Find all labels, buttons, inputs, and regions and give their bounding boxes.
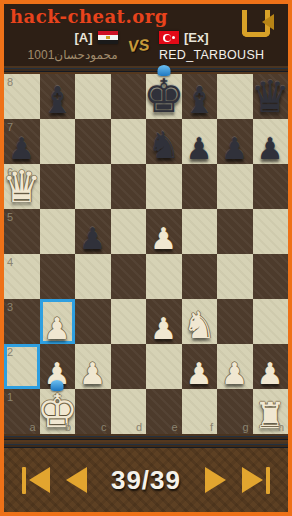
black-bishop: ♝ <box>183 82 216 119</box>
square-b8[interactable]: ♝ <box>40 74 76 119</box>
vs-label: VS <box>125 36 152 57</box>
square-a6[interactable]: 6♛ <box>4 164 40 209</box>
square-d4[interactable] <box>111 254 147 299</box>
black-queen: ♛ <box>251 75 290 119</box>
square-c3[interactable] <box>75 299 111 344</box>
rank-label-7: 7 <box>7 121 13 133</box>
square-e4[interactable] <box>146 254 182 299</box>
square-h3[interactable] <box>253 299 289 344</box>
square-a8[interactable]: 8 <box>4 74 40 119</box>
black-pawn: ♟ <box>221 134 248 164</box>
square-b4[interactable] <box>40 254 76 299</box>
turkey-flag-icon <box>159 31 179 44</box>
black-pawn: ♟ <box>186 134 213 164</box>
black-king: ♚ <box>143 73 184 119</box>
rank-label-5: 5 <box>7 211 13 223</box>
square-c6[interactable] <box>75 164 111 209</box>
right-player: [Ex] RED_TARBOUSH <box>159 30 264 62</box>
square-h7[interactable]: ♟ <box>253 119 289 164</box>
watermark-text: hack-cheat.org <box>10 6 168 27</box>
square-d6[interactable] <box>111 164 147 209</box>
square-a2[interactable]: 2 <box>4 344 40 389</box>
file-label-f: f <box>210 421 213 433</box>
next-move-button[interactable] <box>205 467 226 493</box>
square-e2[interactable] <box>146 344 182 389</box>
square-f2[interactable]: ♟ <box>182 344 218 389</box>
black-bishop: ♝ <box>41 82 74 119</box>
square-e8[interactable]: ♚ <box>146 74 182 119</box>
next-move-icon <box>205 467 226 493</box>
square-g6[interactable] <box>217 164 253 209</box>
black-pawn: ♟ <box>8 134 35 164</box>
square-f4[interactable] <box>182 254 218 299</box>
rank-label-6: 6 <box>7 166 13 178</box>
square-c5[interactable]: ♟ <box>75 209 111 254</box>
square-g4[interactable] <box>217 254 253 299</box>
square-d5[interactable] <box>111 209 147 254</box>
board-frame-bottom <box>4 434 288 448</box>
white-pawn: ♟ <box>150 314 177 344</box>
square-f7[interactable]: ♟ <box>182 119 218 164</box>
square-f8[interactable]: ♝ <box>182 74 218 119</box>
white-pawn: ♟ <box>44 314 71 344</box>
square-g3[interactable] <box>217 299 253 344</box>
square-a7[interactable]: 7♟ <box>4 119 40 164</box>
square-e6[interactable] <box>146 164 182 209</box>
chess-board: 8♝♚♝♛7♟♞♟♟♟6♛5♟♟43♟♟♞2♟♟♟♟♟1ab♚cdefgh♜ <box>4 74 288 434</box>
black-pawn: ♟ <box>79 224 106 254</box>
square-h6[interactable] <box>253 164 289 209</box>
file-label-h: h <box>278 421 284 433</box>
square-f1[interactable]: f <box>182 389 218 434</box>
header: hack-cheat.org [A] محمودحسان1001 VS [Ex]… <box>4 4 288 66</box>
square-a1[interactable]: 1a <box>4 389 40 434</box>
white-knight: ♞ <box>183 307 216 344</box>
square-c4[interactable] <box>75 254 111 299</box>
square-c7[interactable] <box>75 119 111 164</box>
square-f3[interactable]: ♞ <box>182 299 218 344</box>
square-d3[interactable] <box>111 299 147 344</box>
previous-move-icon <box>66 467 87 493</box>
white-pawn: ♟ <box>257 359 284 389</box>
rank-label-2: 2 <box>7 346 13 358</box>
white-pawn: ♟ <box>221 359 248 389</box>
file-label-d: d <box>136 421 142 433</box>
square-g5[interactable] <box>217 209 253 254</box>
square-b1[interactable]: b♚ <box>40 389 76 434</box>
square-f6[interactable] <box>182 164 218 209</box>
square-h5[interactable] <box>253 209 289 254</box>
egypt-flag-icon <box>98 31 118 44</box>
rank-label-3: 3 <box>7 301 13 313</box>
rank-label-8: 8 <box>7 76 13 88</box>
square-e1[interactable]: e <box>146 389 182 434</box>
white-pawn: ♟ <box>186 359 213 389</box>
square-b7[interactable] <box>40 119 76 164</box>
square-f5[interactable] <box>182 209 218 254</box>
square-g1[interactable]: g <box>217 389 253 434</box>
square-g2[interactable]: ♟ <box>217 344 253 389</box>
rank-label-1: 1 <box>7 391 13 403</box>
square-e3[interactable]: ♟ <box>146 299 182 344</box>
first-move-button[interactable] <box>22 467 50 494</box>
square-h1[interactable]: h♜ <box>253 389 289 434</box>
last-move-button[interactable] <box>242 467 270 494</box>
file-label-b: b <box>65 421 71 433</box>
square-h2[interactable]: ♟ <box>253 344 289 389</box>
square-b3[interactable]: ♟ <box>40 299 76 344</box>
square-h4[interactable] <box>253 254 289 299</box>
right-player-tag: [Ex] <box>184 30 209 45</box>
square-a5[interactable]: 5 <box>4 209 40 254</box>
square-a3[interactable]: 3 <box>4 299 40 344</box>
square-c1[interactable]: c <box>75 389 111 434</box>
file-label-g: g <box>242 421 248 433</box>
file-label-a: a <box>29 421 35 433</box>
white-pawn: ♟ <box>150 224 177 254</box>
square-c2[interactable]: ♟ <box>75 344 111 389</box>
first-move-icon <box>22 467 26 494</box>
black-pawn: ♟ <box>257 134 284 164</box>
move-counter: 39/39 <box>103 465 189 496</box>
square-g7[interactable]: ♟ <box>217 119 253 164</box>
king-marker-icon <box>157 65 170 76</box>
square-c8[interactable] <box>75 74 111 119</box>
king-marker-icon <box>51 380 64 391</box>
square-d8[interactable] <box>111 74 147 119</box>
square-h8[interactable]: ♛ <box>253 74 289 119</box>
square-b5[interactable] <box>40 209 76 254</box>
left-player: [A] محمودحسان1001 <box>28 30 118 62</box>
move-navigation-bar: 39/39 <box>4 448 288 512</box>
left-player-name: محمودحسان1001 <box>28 48 118 62</box>
square-b6[interactable] <box>40 164 76 209</box>
file-label-e: e <box>171 421 177 433</box>
right-player-name: RED_TARBOUSH <box>159 48 264 62</box>
chess-app-screen: hack-cheat.org [A] محمودحسان1001 VS [Ex]… <box>0 0 292 516</box>
players-row: [A] محمودحسان1001 VS [Ex] RED_TARBOUSH <box>4 30 288 62</box>
square-d1[interactable]: d <box>111 389 147 434</box>
rank-label-4: 4 <box>7 256 13 268</box>
square-a4[interactable]: 4 <box>4 254 40 299</box>
board-frame-top <box>4 66 288 74</box>
square-g8[interactable] <box>217 74 253 119</box>
black-knight: ♞ <box>147 127 180 164</box>
file-label-c: c <box>101 421 107 433</box>
square-d2[interactable] <box>111 344 147 389</box>
white-king: ♚ <box>37 388 78 434</box>
square-d7[interactable] <box>111 119 147 164</box>
square-e7[interactable]: ♞ <box>146 119 182 164</box>
arrow-head <box>262 14 274 30</box>
white-pawn: ♟ <box>79 359 106 389</box>
square-e5[interactable]: ♟ <box>146 209 182 254</box>
previous-move-button[interactable] <box>66 467 87 493</box>
last-move-icon <box>242 467 263 493</box>
left-player-tag: [A] <box>75 30 93 45</box>
